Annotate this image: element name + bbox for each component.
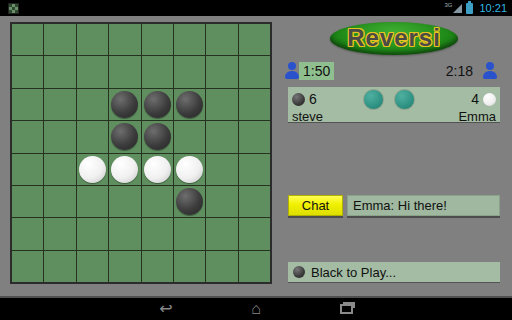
logo-text: Reversi (324, 24, 464, 52)
board-cell[interactable] (12, 218, 43, 249)
board-cell[interactable] (206, 24, 237, 55)
board-cell[interactable] (109, 186, 140, 217)
board-cell[interactable] (44, 89, 75, 120)
board-cell[interactable] (142, 218, 173, 249)
board-cell[interactable] (77, 24, 108, 55)
board-cell[interactable] (142, 56, 173, 87)
board-cell[interactable] (44, 251, 75, 282)
reversi-app-screen: 3G 10:21 Reversi 1:50 2:18 (0, 0, 512, 320)
board-cell[interactable] (109, 154, 140, 185)
board-cell[interactable] (77, 251, 108, 282)
board-cell[interactable] (206, 218, 237, 249)
black-disc-icon (292, 93, 305, 106)
board-cell[interactable] (142, 89, 173, 120)
board-cell[interactable] (44, 154, 75, 185)
board-cell[interactable] (109, 218, 140, 249)
board-cell[interactable] (206, 154, 237, 185)
black-disc (144, 91, 171, 118)
board-cell[interactable] (174, 154, 205, 185)
home-button[interactable]: ⌂ (244, 299, 268, 319)
board-cell[interactable] (174, 121, 205, 152)
board-cell[interactable] (12, 121, 43, 152)
black-score: 6 (309, 91, 317, 107)
back-icon: ↩ (159, 299, 172, 319)
battery-icon (466, 3, 473, 14)
board-cell[interactable] (239, 251, 270, 282)
board-cell[interactable] (239, 24, 270, 55)
board-cell[interactable] (142, 251, 173, 282)
recents-icon (340, 304, 353, 314)
board-cell[interactable] (239, 154, 270, 185)
score-panel: 6 4 steve Emma (288, 87, 500, 122)
chat-row: Chat Emma: Hi there! (288, 195, 500, 216)
turn-status-text: Black to Play... (311, 265, 396, 280)
board-cell[interactable] (44, 186, 75, 217)
board-cell[interactable] (142, 24, 173, 55)
board (10, 22, 272, 284)
game-area: Reversi 1:50 2:18 6 (0, 16, 512, 296)
board-cell[interactable] (12, 251, 43, 282)
black-disc (144, 123, 171, 150)
android-nav-bar: ↩ ⌂ (0, 296, 512, 320)
white-score: 4 (471, 91, 479, 107)
white-disc (111, 156, 138, 183)
right-panel: Reversi 1:50 2:18 6 (288, 16, 500, 296)
timer-row: 1:50 2:18 (288, 62, 500, 80)
teal-disc-indicator (363, 89, 384, 110)
board-cell[interactable] (12, 56, 43, 87)
board-cell[interactable] (174, 89, 205, 120)
black-timer: 1:50 (299, 62, 334, 80)
white-disc (79, 156, 106, 183)
white-timer: 2:18 (442, 62, 477, 80)
board-cell[interactable] (44, 121, 75, 152)
board-cell[interactable] (206, 89, 237, 120)
board-cell[interactable] (77, 154, 108, 185)
board-cell[interactable] (206, 251, 237, 282)
white-disc (176, 156, 203, 183)
board-cell[interactable] (109, 56, 140, 87)
reversi-notification-icon (8, 3, 19, 14)
board-cell[interactable] (12, 89, 43, 120)
board-cell[interactable] (109, 24, 140, 55)
board-cell[interactable] (206, 186, 237, 217)
black-player-name: steve (292, 110, 323, 123)
board-cell[interactable] (174, 218, 205, 249)
board-cell[interactable] (109, 89, 140, 120)
white-disc-icon (483, 93, 496, 106)
board-cell[interactable] (174, 251, 205, 282)
status-bar: 3G 10:21 (0, 0, 512, 16)
board-cell[interactable] (239, 121, 270, 152)
board-cell[interactable] (206, 56, 237, 87)
board-cell[interactable] (12, 154, 43, 185)
board-cell[interactable] (77, 218, 108, 249)
black-player-icon (285, 62, 299, 79)
board-cell[interactable] (239, 218, 270, 249)
network-type-label: 3G (444, 2, 452, 8)
board-cell[interactable] (77, 89, 108, 120)
board-cell[interactable] (206, 121, 237, 152)
board-cell[interactable] (77, 121, 108, 152)
board-cell[interactable] (142, 121, 173, 152)
board-cell[interactable] (174, 186, 205, 217)
board-cell[interactable] (44, 218, 75, 249)
board-cell[interactable] (142, 154, 173, 185)
board-cell[interactable] (77, 186, 108, 217)
white-player-name: Emma (458, 110, 496, 123)
home-icon: ⌂ (251, 299, 261, 319)
signal-icon (453, 4, 462, 13)
status-panel: Black to Play... (288, 262, 500, 282)
status-bar-clock: 10:21 (479, 1, 507, 15)
black-disc (111, 123, 138, 150)
black-disc (176, 188, 203, 215)
board-cell[interactable] (12, 186, 43, 217)
board-cell[interactable] (239, 186, 270, 217)
board-cell[interactable] (174, 56, 205, 87)
board-cell[interactable] (44, 24, 75, 55)
chat-message: Emma: Hi there! (347, 195, 500, 216)
chat-button[interactable]: Chat (288, 195, 343, 216)
back-button[interactable]: ↩ (154, 299, 178, 319)
board-cell[interactable] (109, 121, 140, 152)
recents-button[interactable] (334, 299, 358, 319)
black-disc-icon (293, 266, 305, 278)
white-disc (144, 156, 171, 183)
white-player-icon (483, 62, 497, 79)
board-cell[interactable] (77, 56, 108, 87)
board-cell[interactable] (44, 56, 75, 87)
board-cell[interactable] (12, 24, 43, 55)
board-cell[interactable] (174, 24, 205, 55)
black-disc (176, 91, 203, 118)
board-cell[interactable] (142, 186, 173, 217)
black-disc (111, 91, 138, 118)
board-cell[interactable] (109, 251, 140, 282)
board-cell[interactable] (239, 89, 270, 120)
board-cell[interactable] (239, 56, 270, 87)
teal-disc-indicator (394, 89, 415, 110)
game-logo: Reversi (330, 22, 458, 55)
